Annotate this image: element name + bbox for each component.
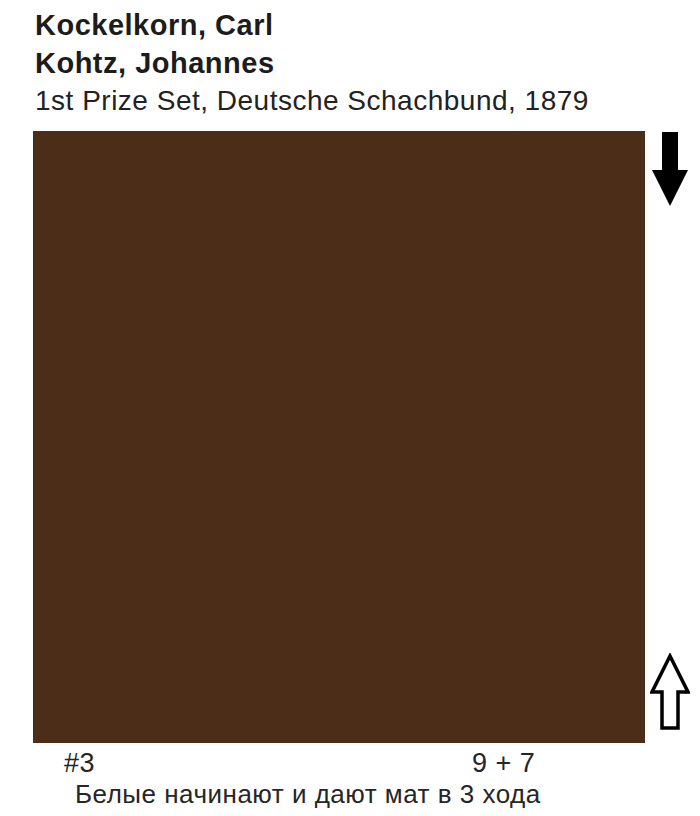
problem-source: 1st Prize Set, Deutsche Schachbund, 1879 bbox=[35, 82, 589, 120]
instruction-label: Белые начинают и дают мат в 3 хода bbox=[75, 779, 541, 810]
header: Kockelkorn, Carl Kohtz, Johannes 1st Pri… bbox=[35, 6, 589, 120]
chess-board[interactable] bbox=[33, 131, 645, 743]
white-up-arrow-icon bbox=[650, 653, 690, 731]
author-name-2: Kohtz, Johannes bbox=[35, 44, 589, 82]
author-name-1: Kockelkorn, Carl bbox=[35, 6, 589, 44]
material-count-label: 9 + 7 bbox=[472, 748, 535, 779]
stipulation-label: #3 bbox=[64, 748, 95, 779]
black-down-arrow-icon bbox=[650, 130, 690, 208]
